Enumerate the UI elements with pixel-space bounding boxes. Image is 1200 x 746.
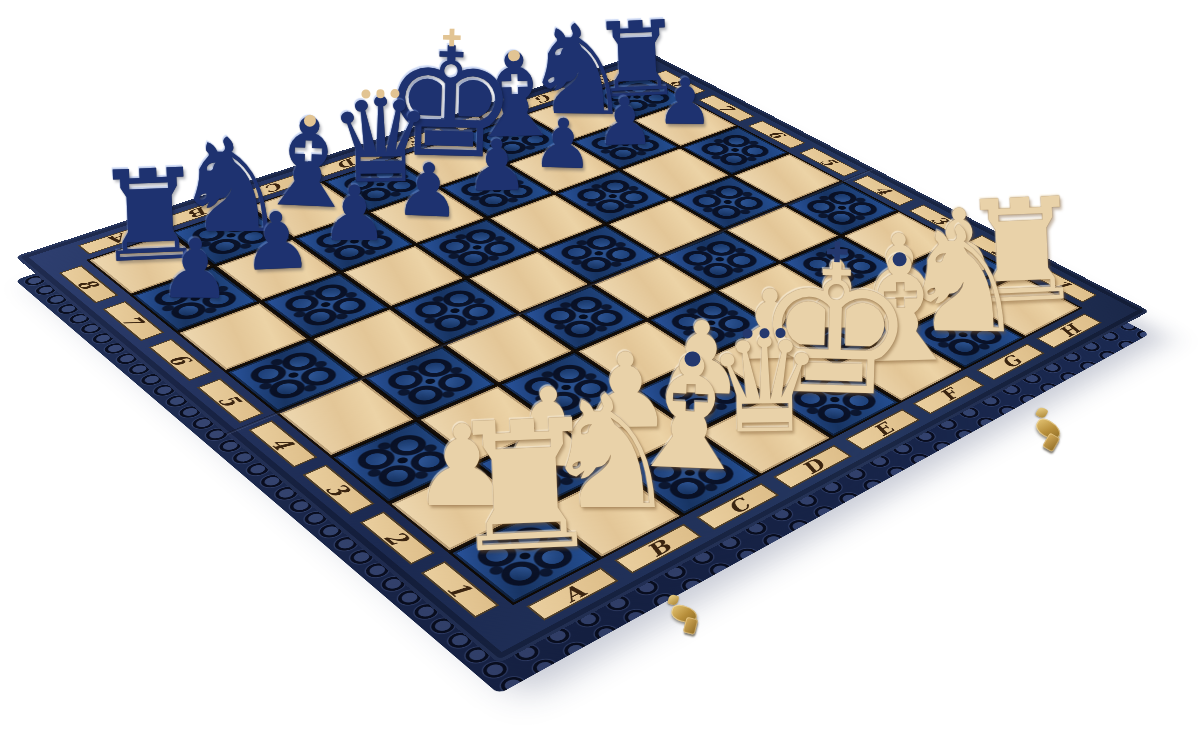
king-cross-finial: ✚	[825, 239, 850, 268]
queen-crown-dot	[375, 90, 384, 99]
piece-blue-pawn-g7[interactable]: ♟	[595, 89, 656, 156]
piece-blue-pawn-e7[interactable]: ♟	[465, 131, 529, 202]
piece-blue-pawn-b7[interactable]: ♟	[240, 201, 314, 283]
piece-blue-pawn-a7[interactable]: ♟	[158, 229, 233, 312]
piece-blue-pawn-c7[interactable]: ♟	[320, 178, 388, 254]
king-cross-finial: ✚	[441, 26, 462, 51]
piece-natural-rook-a1[interactable]: ♜	[442, 396, 608, 580]
bishop-tip-dot	[303, 115, 316, 128]
piece-blue-pawn-h7[interactable]: ♟	[656, 70, 714, 134]
brass-clasp-right[interactable]	[1017, 402, 1087, 471]
piece-blue-pawn-d7[interactable]: ♟	[393, 152, 462, 228]
brass-clasp-bottom[interactable]	[659, 590, 725, 650]
photo-stage: ABCDEFGH ABCDEFGH 87654321 87654321 ♜♞♟♝…	[0, 0, 1200, 746]
bishop-tip-dot	[684, 350, 700, 366]
clasp-hook	[683, 617, 699, 635]
queen-crown-dot	[775, 328, 785, 338]
piece-blue-pawn-f7[interactable]: ♟	[531, 109, 594, 179]
queen-crown-dot	[390, 89, 399, 98]
